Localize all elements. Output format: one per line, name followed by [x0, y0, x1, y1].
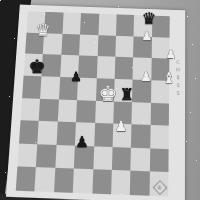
square-h2[interactable]: [150, 148, 169, 172]
square-d4[interactable]: [76, 100, 95, 123]
board-brand-text: CHESS: [175, 59, 181, 98]
logo-crown-icon: ♔: [157, 184, 163, 191]
piece-white-pawn-g7-g7[interactable]: ♟: [142, 30, 153, 42]
square-e8[interactable]: [98, 14, 117, 36]
square-e7[interactable]: [97, 35, 116, 57]
square-c7[interactable]: [61, 34, 80, 56]
piece-white-pawn-g6-g6[interactable]: ♟: [140, 70, 152, 83]
square-c8[interactable]: [62, 13, 81, 35]
square-f6[interactable]: [115, 57, 134, 80]
square-c2[interactable]: [55, 145, 75, 169]
square-h3[interactable]: [150, 125, 169, 149]
square-f2[interactable]: [112, 147, 131, 171]
chess-board: CHESS ♔: [6, 5, 185, 200]
square-b3[interactable]: [38, 121, 58, 145]
piece-white-queen-a7[interactable]: ♛: [35, 22, 50, 39]
square-e3[interactable]: [94, 123, 113, 147]
square-b2[interactable]: [36, 144, 56, 168]
square-b4[interactable]: [39, 98, 59, 121]
piece-white-pawn-f3-f3[interactable]: ♟: [115, 119, 128, 133]
square-g4[interactable]: [132, 102, 151, 125]
square-f1[interactable]: [111, 170, 131, 195]
square-e1[interactable]: [92, 170, 112, 195]
square-d1[interactable]: [73, 169, 93, 194]
piece-black-queen-g8[interactable]: ♛: [142, 11, 156, 27]
square-b1[interactable]: [35, 168, 55, 193]
square-c4[interactable]: [58, 99, 78, 122]
square-a4[interactable]: [21, 98, 41, 121]
brand-logo: ♔: [153, 180, 167, 194]
square-d8[interactable]: [80, 13, 99, 35]
square-a2[interactable]: [17, 143, 37, 167]
piece-white-bishop-h6[interactable]: ♝: [162, 71, 175, 86]
square-h4[interactable]: [150, 102, 169, 125]
square-a3[interactable]: [19, 120, 39, 144]
square-g1[interactable]: [130, 171, 149, 196]
piece-black-pawn-c5-c5[interactable]: ♟: [70, 70, 82, 83]
square-f8[interactable]: [116, 14, 134, 36]
piece-black-pawn-d3-d3[interactable]: ♟: [75, 135, 88, 150]
piece-black-king-a6[interactable]: ♚: [28, 57, 45, 76]
square-e6[interactable]: [96, 56, 115, 78]
square-a1[interactable]: [16, 167, 36, 192]
piece-white-king-e5[interactable]: ♚: [99, 84, 118, 105]
square-c3[interactable]: [56, 122, 76, 146]
square-b5[interactable]: [40, 76, 60, 99]
square-g2[interactable]: [131, 147, 150, 171]
piece-white-pawn-h7-h7[interactable]: ♟: [166, 48, 177, 60]
square-d7[interactable]: [79, 34, 98, 56]
square-c1[interactable]: [54, 168, 74, 193]
piece-black-rook-f5[interactable]: ♜: [120, 87, 134, 103]
square-f7[interactable]: [115, 35, 134, 57]
square-a5[interactable]: [22, 76, 42, 99]
square-g3[interactable]: [131, 124, 150, 148]
square-e2[interactable]: [93, 146, 113, 170]
dust-speckles: [0, 0, 1, 1]
chessboard-photo: CHESS ♔ ♛♚♟♛♟♟♟♝♚♜♟♟: [0, 0, 200, 200]
